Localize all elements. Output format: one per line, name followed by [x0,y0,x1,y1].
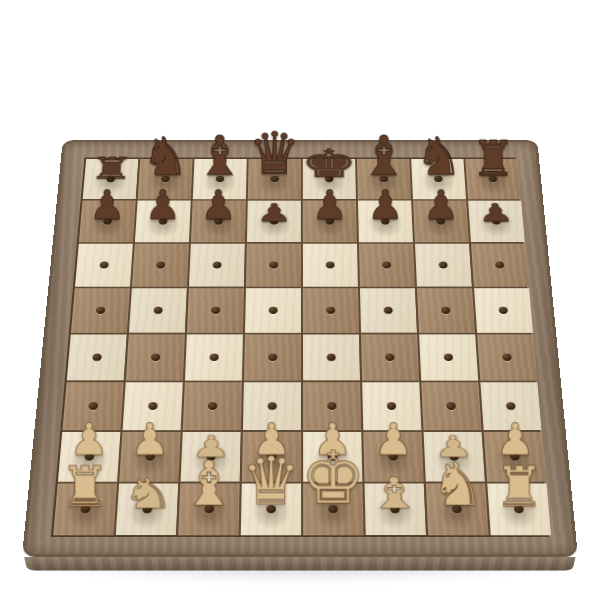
piece-white-rook-h1[interactable]: ♜ [494,459,544,515]
peg-hole-e5 [326,307,335,314]
square-h1[interactable]: ♜ [487,483,551,535]
piece-black-pawn-c7[interactable]: ♟ [200,185,236,225]
peg-hole-g5 [441,307,450,314]
square-f1[interactable]: ♝ [365,483,427,535]
square-b2[interactable]: ♟ [119,432,180,482]
square-a7[interactable]: ♟ [79,201,136,243]
square-g1[interactable]: ♞ [426,483,489,535]
peg-hole-f6 [382,262,391,269]
square-a6[interactable] [75,244,133,287]
piece-black-pawn-b7[interactable]: ♟ [145,185,181,225]
square-c4[interactable] [185,334,243,380]
peg-hole-d4 [268,354,277,361]
piece-black-pawn-h7[interactable]: ♟ [477,200,515,225]
board-front-edge [24,557,576,571]
square-h7[interactable]: ♟ [468,201,525,243]
peg-hole-c4 [210,354,219,361]
square-e7[interactable]: ♟ [303,201,357,243]
piece-black-king-e8[interactable]: ♚ [300,144,358,183]
peg-hole-f4 [385,354,394,361]
peg-hole-a5 [96,307,105,314]
peg-hole-c6 [213,262,222,269]
peg-hole-e4 [327,354,336,361]
piece-black-bishop-c8[interactable]: ♝ [195,128,244,183]
piece-black-pawn-f7[interactable]: ♟ [367,185,403,225]
piece-white-pawn-b2[interactable]: ♟ [130,417,170,461]
peg-hole-g4 [444,354,454,361]
square-d4[interactable] [244,334,301,380]
peg-hole-b4 [151,354,160,361]
piece-black-rook-h8[interactable]: ♜ [471,134,515,183]
square-c7[interactable]: ♟ [191,201,246,243]
piece-black-pawn-a7[interactable]: ♟ [89,185,125,225]
piece-white-knight-g1[interactable]: ♞ [430,454,484,514]
piece-black-pawn-e7[interactable]: ♟ [312,185,348,225]
piece-white-bishop-f1[interactable]: ♝ [366,471,423,514]
piece-black-knight-b8[interactable]: ♞ [141,130,188,183]
square-f5[interactable] [360,288,417,333]
square-h5[interactable] [474,288,533,333]
peg-hole-a3 [88,402,98,410]
square-d1[interactable]: ♛ [241,483,301,535]
square-e1[interactable]: ♚ [303,483,363,535]
peg-hole-d6 [269,262,278,269]
square-c5[interactable] [187,288,244,333]
square-a5[interactable] [71,288,130,333]
piece-black-pawn-d7[interactable]: ♟ [256,200,292,225]
peg-hole-b3 [148,402,158,410]
piece-white-pawn-f2[interactable]: ♟ [374,417,414,461]
board-frame: ♜♞♝♛♚♝♞♜♟♟♟♟♟♟♟♟♟♟♟♟♟♟♟♟♜♞♝♛♚♝♞♜ [22,140,578,557]
peg-hole-h6 [495,262,504,269]
square-b4[interactable] [126,334,185,380]
square-e5[interactable] [303,288,359,333]
square-d8[interactable]: ♛ [248,159,301,199]
square-e6[interactable] [303,244,358,287]
peg-hole-c5 [211,307,220,314]
chessboard: ♜♞♝♛♚♝♞♜♟♟♟♟♟♟♟♟♟♟♟♟♟♟♟♟♜♞♝♛♚♝♞♜ [51,158,549,537]
square-g5[interactable] [417,288,475,333]
square-g4[interactable] [419,334,478,380]
square-a1[interactable]: ♜ [53,483,117,535]
square-b5[interactable] [129,288,187,333]
piece-white-king-e1[interactable]: ♚ [301,442,366,515]
piece-black-knight-g8[interactable]: ♞ [415,130,462,183]
square-d6[interactable] [246,244,301,287]
piece-black-queen-d8[interactable]: ♛ [248,124,300,182]
peg-hole-e3 [327,402,336,410]
square-f4[interactable] [361,334,419,380]
square-h4[interactable] [477,334,537,380]
piece-white-bishop-c1[interactable]: ♝ [181,452,237,514]
square-g3[interactable] [421,382,481,430]
square-a4[interactable] [67,334,127,380]
square-b7[interactable]: ♟ [135,201,191,243]
peg-hole-a4 [92,354,102,361]
peg-hole-f3 [387,402,397,410]
square-f2[interactable]: ♟ [363,432,423,482]
peg-hole-a6 [99,262,108,269]
square-h6[interactable] [471,244,529,287]
square-d7[interactable]: ♟ [247,201,301,243]
peg-hole-g6 [439,262,448,269]
board-3d-tilt: ♜♞♝♛♚♝♞♜♟♟♟♟♟♟♟♟♟♟♟♟♟♟♟♟♜♞♝♛♚♝♞♜ [22,140,578,557]
peg-hole-f5 [384,307,393,314]
peg-hole-g3 [446,402,456,410]
square-g7[interactable]: ♟ [413,201,469,243]
piece-black-pawn-g7[interactable]: ♟ [423,185,459,225]
piece-white-rook-a1[interactable]: ♜ [60,459,110,515]
piece-white-queen-d1[interactable]: ♛ [241,448,300,514]
square-c6[interactable] [189,244,245,287]
peg-hole-e6 [326,262,335,269]
product-photo-background: ♜♞♝♛♚♝♞♜♟♟♟♟♟♟♟♟♟♟♟♟♟♟♟♟♜♞♝♛♚♝♞♜ [0,0,600,600]
square-b6[interactable] [132,244,189,287]
piece-black-rook-a8[interactable]: ♜ [88,153,134,183]
square-d5[interactable] [245,288,301,333]
square-b1[interactable]: ♞ [116,483,179,535]
piece-white-knight-b1[interactable]: ♞ [120,473,176,514]
peg-hole-c3 [208,402,218,410]
peg-hole-b5 [154,307,163,314]
peg-hole-h5 [499,307,508,314]
peg-hole-d5 [269,307,278,314]
peg-hole-d3 [268,402,277,410]
peg-hole-b6 [156,262,165,269]
square-c3[interactable] [183,382,242,430]
square-h8[interactable]: ♜ [465,159,521,199]
piece-black-bishop-f8[interactable]: ♝ [359,128,408,183]
square-f6[interactable] [359,244,415,287]
peg-hole-h4 [502,354,512,361]
peg-hole-h3 [506,402,516,410]
square-g6[interactable] [415,244,472,287]
square-f7[interactable]: ♟ [358,201,413,243]
square-e4[interactable] [303,334,360,380]
square-c1[interactable]: ♝ [178,483,239,535]
